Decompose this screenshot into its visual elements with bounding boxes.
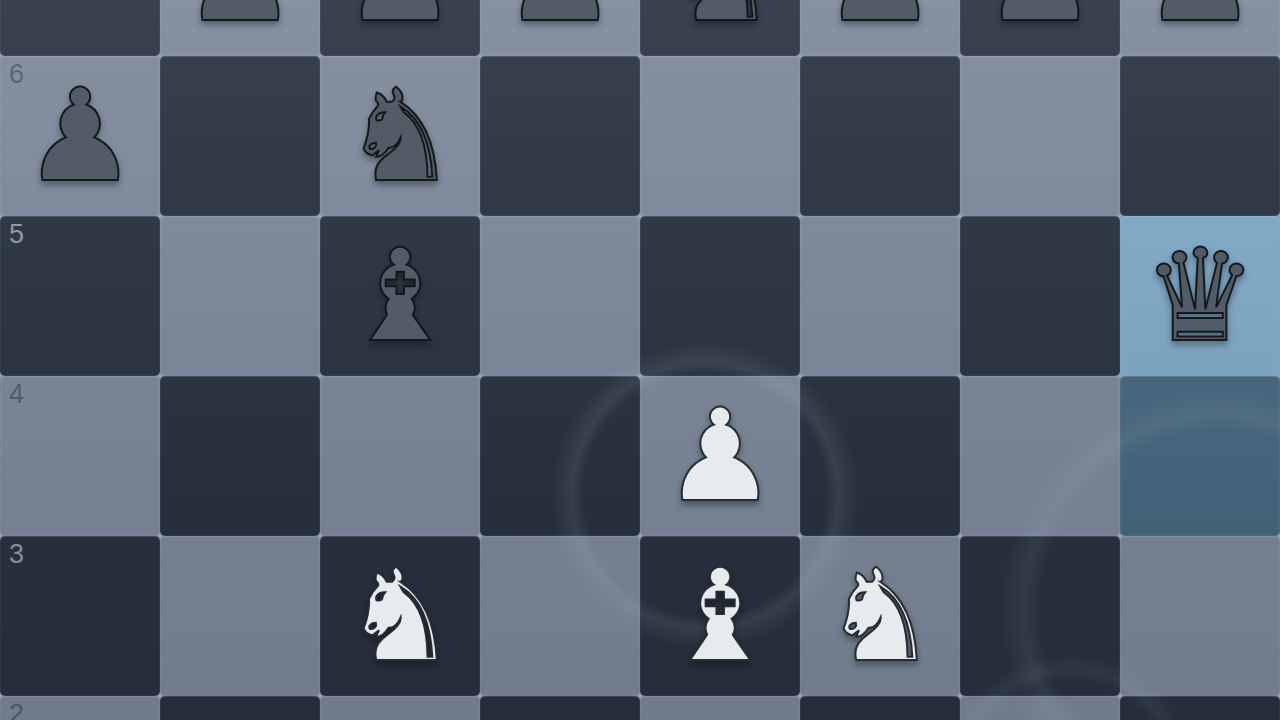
square-h3[interactable] [1120,536,1280,696]
chess-board: 8♜♝♚♜7♟♟♟♞♟♟♟6♟♞5♝♛4♟3♞♝♞2♟♟♟♟♟♟♟1♜♛♚♝♜ [0,0,1280,720]
square-shading-overlay [480,536,640,696]
square-c2[interactable]: ♟ [320,696,480,720]
square-d7[interactable]: ♟ [480,0,640,56]
square-c4[interactable] [320,376,480,536]
square-f5[interactable] [800,216,960,376]
square-shading-overlay [160,216,320,376]
white-pawn[interactable]: ♟ [343,696,458,720]
square-g5[interactable] [960,216,1120,376]
square-c7[interactable]: ♟ [320,0,480,56]
square-h4[interactable] [1120,376,1280,536]
square-shading-overlay [640,216,800,376]
square-a3[interactable]: 3 [0,536,160,696]
white-pawn[interactable]: ♟ [503,696,618,720]
square-e7[interactable]: ♞ [640,0,800,56]
black-bishop[interactable]: ♝ [343,216,458,376]
square-d3[interactable] [480,536,640,696]
white-pawn[interactable]: ♟ [823,696,938,720]
board-viewport: 8♜♝♚♜7♟♟♟♞♟♟♟6♟♞5♝♛4♟3♞♝♞2♟♟♟♟♟♟♟1♜♛♚♝♜ [0,0,1280,720]
square-shading-overlay [960,216,1120,376]
square-a7[interactable]: 7 [0,0,160,56]
square-shading-overlay [1120,536,1280,696]
square-shading-overlay [480,56,640,216]
square-shading-overlay [160,536,320,696]
square-f7[interactable]: ♟ [800,0,960,56]
square-b3[interactable] [160,536,320,696]
square-g6[interactable] [960,56,1120,216]
black-pawn[interactable]: ♟ [1143,0,1258,56]
square-g3[interactable] [960,536,1120,696]
square-f6[interactable] [800,56,960,216]
black-pawn[interactable]: ♟ [823,0,938,56]
square-f4[interactable] [800,376,960,536]
square-d5[interactable] [480,216,640,376]
square-shading-overlay [320,376,480,536]
square-shading-overlay [800,376,960,536]
square-b5[interactable] [160,216,320,376]
square-shading-overlay [1120,376,1280,536]
square-shading-overlay [0,0,160,56]
white-bishop[interactable]: ♝ [663,536,778,696]
white-pawn[interactable]: ♟ [983,696,1098,720]
square-e2[interactable] [640,696,800,720]
black-knight[interactable]: ♞ [663,0,778,56]
square-g4[interactable] [960,376,1120,536]
black-knight[interactable]: ♞ [343,56,458,216]
square-g2[interactable]: ♟ [960,696,1120,720]
square-shading-overlay [960,376,1120,536]
square-shading-overlay [800,56,960,216]
square-c6[interactable]: ♞ [320,56,480,216]
white-knight[interactable]: ♞ [823,536,938,696]
square-c3[interactable]: ♞ [320,536,480,696]
white-pawn[interactable]: ♟ [663,376,778,536]
square-f2[interactable]: ♟ [800,696,960,720]
square-shading-overlay [480,216,640,376]
black-queen[interactable]: ♛ [1143,216,1258,376]
square-shading-overlay [160,376,320,536]
black-pawn[interactable]: ♟ [183,0,298,56]
square-shading-overlay [480,376,640,536]
square-shading-overlay [800,216,960,376]
square-d6[interactable] [480,56,640,216]
square-e3[interactable]: ♝ [640,536,800,696]
white-pawn[interactable]: ♟ [23,696,138,720]
square-g7[interactable]: ♟ [960,0,1120,56]
square-h5[interactable]: ♛ [1120,216,1280,376]
square-f3[interactable]: ♞ [800,536,960,696]
square-e5[interactable] [640,216,800,376]
square-shading-overlay [160,56,320,216]
square-c5[interactable]: ♝ [320,216,480,376]
black-pawn[interactable]: ♟ [343,0,458,56]
square-e4[interactable]: ♟ [640,376,800,536]
square-d4[interactable] [480,376,640,536]
square-e6[interactable] [640,56,800,216]
square-d2[interactable]: ♟ [480,696,640,720]
white-pawn[interactable]: ♟ [183,696,298,720]
square-b7[interactable]: ♟ [160,0,320,56]
square-shading-overlay [960,56,1120,216]
square-shading-overlay [640,56,800,216]
square-a2[interactable]: 2♟ [0,696,160,720]
rank-label-5: 5 [9,221,24,248]
square-shading-overlay [640,696,800,720]
white-knight[interactable]: ♞ [343,536,458,696]
square-b4[interactable] [160,376,320,536]
square-shading-overlay [1120,56,1280,216]
black-pawn[interactable]: ♟ [503,0,618,56]
square-a5[interactable]: 5 [0,216,160,376]
square-a4[interactable]: 4 [0,376,160,536]
black-pawn[interactable]: ♟ [983,0,1098,56]
rank-label-4: 4 [9,381,24,408]
square-b2[interactable]: ♟ [160,696,320,720]
black-pawn[interactable]: ♟ [23,56,138,216]
square-h7[interactable]: ♟ [1120,0,1280,56]
white-pawn[interactable]: ♟ [1143,696,1258,720]
square-a6[interactable]: 6♟ [0,56,160,216]
square-h2[interactable]: ♟ [1120,696,1280,720]
square-h6[interactable] [1120,56,1280,216]
rank-label-3: 3 [9,541,24,568]
square-shading-overlay [960,536,1120,696]
square-b6[interactable] [160,56,320,216]
